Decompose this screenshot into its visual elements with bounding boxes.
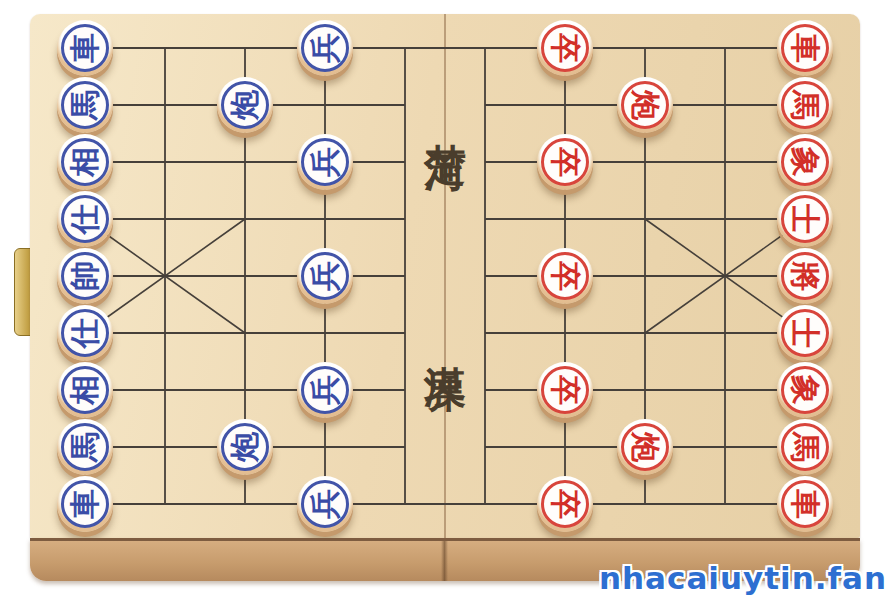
- piece-character: 馬: [70, 90, 100, 120]
- piece-face: 車: [61, 480, 109, 528]
- scene: 楚河 漢界 車馬相仕帥仕相馬車炮炮兵兵兵兵兵車馬象士將士象馬車炮炮卒卒卒卒卒 n…: [0, 0, 892, 601]
- piece-character: 卒: [550, 261, 580, 291]
- piece-face: 車: [781, 24, 829, 72]
- piece-character: 卒: [550, 147, 580, 177]
- piece-red-horse[interactable]: 馬: [777, 419, 833, 475]
- piece-face: 兵: [301, 138, 349, 186]
- piece-red-elephant[interactable]: 象: [777, 134, 833, 190]
- piece-red-cannon[interactable]: 炮: [617, 419, 673, 475]
- piece-blue-advisor[interactable]: 仕: [57, 191, 113, 247]
- piece-red-chariot[interactable]: 車: [777, 476, 833, 532]
- piece-face: 兵: [301, 24, 349, 72]
- piece-character: 馬: [790, 90, 820, 120]
- piece-red-soldier[interactable]: 卒: [537, 20, 593, 76]
- piece-face: 卒: [541, 366, 589, 414]
- piece-character: 將: [790, 261, 820, 291]
- piece-face: 象: [781, 138, 829, 186]
- piece-character: 炮: [230, 90, 260, 120]
- piece-blue-cannon[interactable]: 炮: [217, 77, 273, 133]
- piece-character: 卒: [550, 489, 580, 519]
- piece-red-soldier[interactable]: 卒: [537, 134, 593, 190]
- piece-red-general[interactable]: 將: [777, 248, 833, 304]
- piece-character: 象: [790, 147, 820, 177]
- piece-face: 卒: [541, 138, 589, 186]
- board-grid-lines: [30, 14, 860, 538]
- piece-face: 相: [61, 366, 109, 414]
- piece-blue-horse[interactable]: 馬: [57, 77, 113, 133]
- piece-character: 兵: [310, 33, 340, 63]
- piece-character: 兵: [310, 147, 340, 177]
- piece-face: 炮: [221, 423, 269, 471]
- piece-face: 馬: [781, 423, 829, 471]
- piece-blue-elephant[interactable]: 相: [57, 134, 113, 190]
- piece-face: 炮: [621, 423, 669, 471]
- piece-face: 象: [781, 366, 829, 414]
- piece-blue-chariot[interactable]: 車: [57, 20, 113, 76]
- piece-blue-soldier[interactable]: 兵: [297, 476, 353, 532]
- piece-character: 炮: [230, 432, 260, 462]
- piece-character: 仕: [70, 318, 100, 348]
- piece-face: 將: [781, 252, 829, 300]
- piece-face: 炮: [621, 81, 669, 129]
- piece-character: 士: [790, 318, 820, 348]
- piece-character: 仕: [70, 204, 100, 234]
- piece-face: 兵: [301, 480, 349, 528]
- piece-face: 仕: [61, 309, 109, 357]
- xiangqi-board: 楚河 漢界 車馬相仕帥仕相馬車炮炮兵兵兵兵兵車馬象士將士象馬車炮炮卒卒卒卒卒: [30, 14, 860, 538]
- piece-character: 車: [790, 33, 820, 63]
- piece-character: 相: [70, 147, 100, 177]
- piece-face: 士: [781, 309, 829, 357]
- piece-character: 馬: [790, 432, 820, 462]
- piece-character: 炮: [630, 432, 660, 462]
- piece-character: 相: [70, 375, 100, 405]
- piece-face: 馬: [61, 423, 109, 471]
- piece-blue-soldier[interactable]: 兵: [297, 134, 353, 190]
- piece-character: 炮: [630, 90, 660, 120]
- piece-character: 車: [70, 33, 100, 63]
- piece-character: 卒: [550, 33, 580, 63]
- piece-blue-soldier[interactable]: 兵: [297, 20, 353, 76]
- piece-red-cannon[interactable]: 炮: [617, 77, 673, 133]
- piece-character: 馬: [70, 432, 100, 462]
- piece-blue-horse[interactable]: 馬: [57, 419, 113, 475]
- piece-face: 卒: [541, 24, 589, 72]
- piece-face: 車: [61, 24, 109, 72]
- piece-red-advisor[interactable]: 士: [777, 305, 833, 361]
- piece-red-soldier[interactable]: 卒: [537, 248, 593, 304]
- piece-face: 卒: [541, 480, 589, 528]
- piece-red-horse[interactable]: 馬: [777, 77, 833, 133]
- piece-face: 兵: [301, 252, 349, 300]
- piece-blue-elephant[interactable]: 相: [57, 362, 113, 418]
- piece-character: 帥: [70, 261, 100, 291]
- piece-character: 兵: [310, 261, 340, 291]
- piece-face: 兵: [301, 366, 349, 414]
- piece-blue-advisor[interactable]: 仕: [57, 305, 113, 361]
- piece-character: 兵: [310, 489, 340, 519]
- piece-character: 車: [70, 489, 100, 519]
- piece-character: 車: [790, 489, 820, 519]
- watermark-text: nhacaiuytin.fan: [599, 560, 887, 596]
- piece-blue-chariot[interactable]: 車: [57, 476, 113, 532]
- piece-face: 馬: [61, 81, 109, 129]
- piece-blue-cannon[interactable]: 炮: [217, 419, 273, 475]
- piece-face: 仕: [61, 195, 109, 243]
- piece-face: 車: [781, 480, 829, 528]
- piece-red-chariot[interactable]: 車: [777, 20, 833, 76]
- piece-blue-general[interactable]: 帥: [57, 248, 113, 304]
- piece-red-soldier[interactable]: 卒: [537, 362, 593, 418]
- piece-character: 士: [790, 204, 820, 234]
- river-label-han-jie: 漢界: [422, 332, 468, 346]
- piece-character: 象: [790, 375, 820, 405]
- piece-blue-soldier[interactable]: 兵: [297, 362, 353, 418]
- piece-face: 馬: [781, 81, 829, 129]
- river-label-chu-he: 楚河: [422, 110, 468, 124]
- fold-gap: [441, 541, 448, 581]
- piece-face: 炮: [221, 81, 269, 129]
- piece-red-elephant[interactable]: 象: [777, 362, 833, 418]
- piece-character: 卒: [550, 375, 580, 405]
- piece-face: 士: [781, 195, 829, 243]
- piece-character: 兵: [310, 375, 340, 405]
- piece-blue-soldier[interactable]: 兵: [297, 248, 353, 304]
- piece-face: 相: [61, 138, 109, 186]
- piece-face: 卒: [541, 252, 589, 300]
- piece-red-soldier[interactable]: 卒: [537, 476, 593, 532]
- piece-red-advisor[interactable]: 士: [777, 191, 833, 247]
- piece-face: 帥: [61, 252, 109, 300]
